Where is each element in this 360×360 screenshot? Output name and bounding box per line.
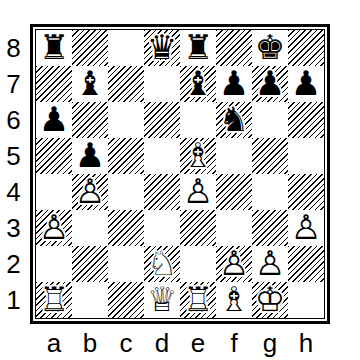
rank-label-1: 1 [0,282,27,318]
white-king-g1: ♚♔ [252,282,288,318]
square-c3 [108,210,144,246]
square-g4 [252,174,288,210]
white-rook-e1: ♜♖ [180,282,216,318]
square-d6 [144,102,180,138]
square-d2: ♞♘ [144,246,180,282]
square-e3 [180,210,216,246]
square-c6 [108,102,144,138]
piece-glyph: ♞ [216,101,252,137]
square-c1 [108,282,144,318]
white-pawn-g2: ♟♙ [252,246,288,282]
square-a3: ♟♙ [36,210,72,246]
square-a2 [36,246,72,282]
square-e4: ♟♙ [180,174,216,210]
piece-glyph: ♖ [180,281,216,317]
piece-glyph: ♝ [72,65,108,101]
black-pawn-f7: ♟♟ [216,66,252,102]
white-queen-d1: ♛♕ [144,282,180,318]
piece-glyph: ♚ [252,29,288,65]
file-label-b: b [72,328,108,358]
square-h2 [288,246,324,282]
square-g1: ♚♔ [252,282,288,318]
square-c5 [108,138,144,174]
chess-board: ♜♜♛♛♜♜♚♚♝♝♝♝♟♟♟♟♟♟♟♟♞♞♟♟♝♗♟♙♟♙♟♙♟♙♞♘♟♙♟♙… [36,30,324,318]
square-d4 [144,174,180,210]
square-g7: ♟♟ [252,66,288,102]
square-f3 [216,210,252,246]
square-e8: ♜♜ [180,30,216,66]
piece-glyph: ♟ [72,137,108,173]
square-g6 [252,102,288,138]
square-c4 [108,174,144,210]
square-c7 [108,66,144,102]
piece-glyph: ♟ [216,65,252,101]
rank-label-8: 8 [0,30,27,66]
piece-glyph: ♗ [180,137,216,173]
white-pawn-f2: ♟♙ [216,246,252,282]
file-label-a: a [36,328,72,358]
piece-glyph: ♙ [36,209,72,245]
square-a6: ♟♟ [36,102,72,138]
square-h8 [288,30,324,66]
square-f5 [216,138,252,174]
black-pawn-a6: ♟♟ [36,102,72,138]
black-queen-d8: ♛♛ [144,30,180,66]
square-c2 [108,246,144,282]
piece-glyph: ♙ [216,245,252,281]
square-d5 [144,138,180,174]
square-f1: ♝♗ [216,282,252,318]
square-b5: ♟♟ [72,138,108,174]
square-g8: ♚♚ [252,30,288,66]
square-d1: ♛♕ [144,282,180,318]
black-rook-e8: ♜♜ [180,30,216,66]
piece-glyph: ♛ [144,29,180,65]
piece-glyph: ♟ [288,65,324,101]
white-knight-d2: ♞♘ [144,246,180,282]
square-c8 [108,30,144,66]
piece-glyph: ♜ [180,29,216,65]
square-e1: ♜♖ [180,282,216,318]
square-h7: ♟♟ [288,66,324,102]
square-f8 [216,30,252,66]
piece-glyph: ♗ [216,281,252,317]
white-pawn-h3: ♟♙ [288,210,324,246]
rank-label-3: 3 [0,210,27,246]
square-g3 [252,210,288,246]
piece-glyph: ♙ [72,173,108,209]
black-bishop-b7: ♝♝ [72,66,108,102]
white-bishop-f1: ♝♗ [216,282,252,318]
square-a7 [36,66,72,102]
square-b6 [72,102,108,138]
square-f6: ♞♞ [216,102,252,138]
file-label-g: g [252,328,288,358]
square-b7: ♝♝ [72,66,108,102]
piece-glyph: ♖ [36,281,72,317]
square-f7: ♟♟ [216,66,252,102]
white-rook-a1: ♜♖ [36,282,72,318]
file-label-h: h [288,328,324,358]
piece-glyph: ♝ [180,65,216,101]
square-g5 [252,138,288,174]
square-b2 [72,246,108,282]
square-a4 [36,174,72,210]
square-d8: ♛♛ [144,30,180,66]
file-label-e: e [180,328,216,358]
square-d7 [144,66,180,102]
square-e6 [180,102,216,138]
rank-label-5: 5 [0,138,27,174]
square-b8 [72,30,108,66]
square-h5 [288,138,324,174]
piece-glyph: ♕ [144,281,180,317]
black-pawn-g7: ♟♟ [252,66,288,102]
black-rook-a8: ♜♜ [36,30,72,66]
piece-glyph: ♙ [252,245,288,281]
square-h3: ♟♙ [288,210,324,246]
chess-diagram-page: 87654321 ♜♜♛♛♜♜♚♚♝♝♝♝♟♟♟♟♟♟♟♟♞♞♟♟♝♗♟♙♟♙♟… [0,0,360,360]
board-inner-border: ♜♜♛♛♜♜♚♚♝♝♝♝♟♟♟♟♟♟♟♟♞♞♟♟♝♗♟♙♟♙♟♙♟♙♞♘♟♙♟♙… [35,29,325,319]
rank-label-6: 6 [0,102,27,138]
square-b1 [72,282,108,318]
file-labels: abcdefgh [36,328,324,358]
board-frame: ♜♜♛♛♜♜♚♚♝♝♝♝♟♟♟♟♟♟♟♟♞♞♟♟♝♗♟♙♟♙♟♙♟♙♞♘♟♙♟♙… [30,24,330,324]
square-b3 [72,210,108,246]
white-pawn-b4: ♟♙ [72,174,108,210]
piece-glyph: ♙ [180,173,216,209]
square-h4 [288,174,324,210]
rank-labels: 87654321 [0,30,27,318]
square-a5 [36,138,72,174]
file-label-c: c [108,328,144,358]
square-a1: ♜♖ [36,282,72,318]
square-f2: ♟♙ [216,246,252,282]
black-bishop-e7: ♝♝ [180,66,216,102]
black-knight-f6: ♞♞ [216,102,252,138]
piece-glyph: ♟ [36,101,72,137]
square-e5: ♝♗ [180,138,216,174]
square-g2: ♟♙ [252,246,288,282]
rank-label-4: 4 [0,174,27,210]
white-pawn-e4: ♟♙ [180,174,216,210]
file-label-f: f [216,328,252,358]
square-d3 [144,210,180,246]
piece-glyph: ♟ [252,65,288,101]
square-h6 [288,102,324,138]
rank-label-2: 2 [0,246,27,282]
rank-label-7: 7 [0,66,27,102]
square-e2 [180,246,216,282]
black-pawn-b5: ♟♟ [72,138,108,174]
square-e7: ♝♝ [180,66,216,102]
white-bishop-e5: ♝♗ [180,138,216,174]
black-pawn-h7: ♟♟ [288,66,324,102]
piece-glyph: ♔ [252,281,288,317]
white-pawn-a3: ♟♙ [36,210,72,246]
piece-glyph: ♜ [36,29,72,65]
piece-glyph: ♙ [288,209,324,245]
square-f4 [216,174,252,210]
piece-glyph: ♘ [144,245,180,281]
black-king-g8: ♚♚ [252,30,288,66]
square-h1 [288,282,324,318]
square-b4: ♟♙ [72,174,108,210]
square-a8: ♜♜ [36,30,72,66]
file-label-d: d [144,328,180,358]
